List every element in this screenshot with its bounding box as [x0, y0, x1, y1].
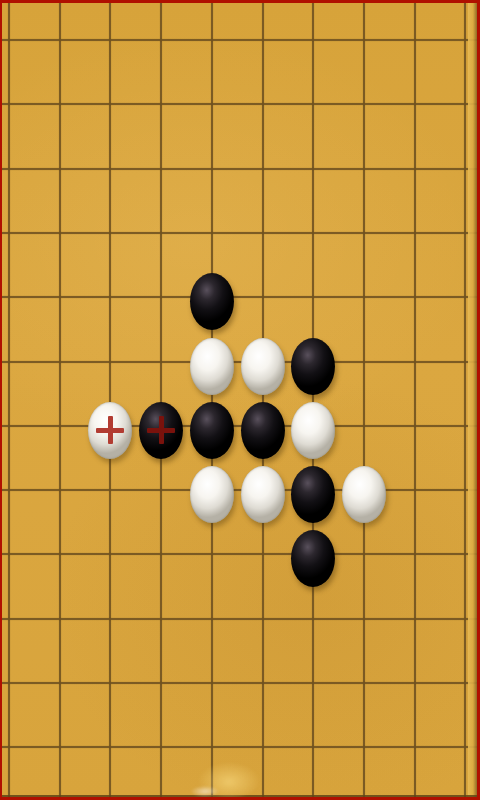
grid-vline — [211, 0, 213, 800]
grid-vline — [363, 0, 365, 800]
board-right-edge-highlight — [468, 0, 477, 800]
grid-vline — [59, 0, 61, 800]
stone-white — [190, 338, 234, 395]
grid-hline — [0, 361, 480, 363]
grid-hline — [0, 746, 480, 748]
stone-white — [342, 466, 386, 523]
grid-vline — [8, 0, 10, 800]
grid-hline — [0, 103, 480, 105]
grid-hline — [0, 296, 480, 298]
stone-white — [241, 466, 285, 523]
grid-vline — [312, 0, 314, 800]
stone-white — [190, 466, 234, 523]
stone-black — [291, 530, 335, 587]
app-screen — [0, 0, 480, 800]
frame-border-left — [0, 0, 2, 800]
bottom-white-smudge — [191, 786, 219, 797]
grid-vline — [414, 0, 416, 800]
grid-hline — [0, 168, 480, 170]
grid-hline — [0, 232, 480, 234]
grid-hline — [0, 489, 480, 491]
grid-vline — [160, 0, 162, 800]
stone-black-last-move — [139, 402, 183, 459]
grid-vline — [109, 0, 111, 800]
grid-hline — [0, 682, 480, 684]
stone-black — [291, 466, 335, 523]
stone-black — [190, 273, 234, 330]
grid-vline — [262, 0, 264, 800]
stone-black — [190, 402, 234, 459]
frame-border-top — [0, 0, 480, 3]
stone-black — [291, 338, 335, 395]
board[interactable] — [0, 0, 480, 800]
grid-hline — [0, 425, 480, 427]
grid-hline — [0, 39, 480, 41]
stone-white-last-move — [88, 402, 132, 459]
grid-hline — [0, 618, 480, 620]
stone-black — [241, 402, 285, 459]
grid-vline — [464, 0, 466, 800]
stone-white — [291, 402, 335, 459]
stone-white — [241, 338, 285, 395]
grid-hline — [0, 553, 480, 555]
